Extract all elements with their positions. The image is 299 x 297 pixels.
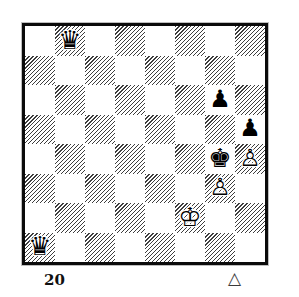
square-f5 [175,115,205,145]
chess-diagram-page: ♛♟♟♚♙♙♔♛ 20 △ [0,0,299,297]
square-g8 [205,26,235,56]
square-d8 [115,26,145,56]
square-g6: ♟ [205,85,235,115]
problem-number: 20 [44,271,65,289]
square-c4 [85,144,115,174]
square-e3 [145,174,175,204]
square-g2 [205,203,235,233]
square-h7 [235,56,265,86]
piece-white-king-f2: ♔ [178,204,201,230]
square-b6 [55,85,85,115]
square-c5 [85,115,115,145]
square-e2 [145,203,175,233]
piece-black-queen-a1: ♛ [28,233,51,259]
square-b7 [55,56,85,86]
square-b8: ♛ [55,26,85,56]
square-f8 [175,26,205,56]
square-d6 [115,85,145,115]
square-d4 [115,144,145,174]
square-h6 [235,85,265,115]
square-a1: ♛ [25,233,55,263]
chess-board: ♛♟♟♚♙♙♔♛ [22,23,268,265]
square-d7 [115,56,145,86]
square-b3 [55,174,85,204]
square-h2 [235,203,265,233]
square-f6 [175,85,205,115]
square-g7 [205,56,235,86]
square-h5: ♟ [235,115,265,145]
square-c6 [85,85,115,115]
square-a4 [25,144,55,174]
square-h4: ♙ [235,144,265,174]
piece-black-king-g4: ♚ [208,145,231,171]
square-h3 [235,174,265,204]
square-e8 [145,26,175,56]
square-a3 [25,174,55,204]
square-h1 [235,233,265,263]
square-c2 [85,203,115,233]
square-b5 [55,115,85,145]
square-a8 [25,26,55,56]
board-grid: ♛♟♟♚♙♙♔♛ [25,26,265,262]
square-e4 [145,144,175,174]
square-d2 [115,203,145,233]
square-d1 [115,233,145,263]
square-c8 [85,26,115,56]
square-d5 [115,115,145,145]
square-d3 [115,174,145,204]
square-g5 [205,115,235,145]
piece-white-pawn-h4: ♙ [239,146,261,170]
piece-black-queen-b8: ♛ [58,27,81,53]
square-a5 [25,115,55,145]
square-b2 [55,203,85,233]
square-b4 [55,144,85,174]
square-h8 [235,26,265,56]
square-g3: ♙ [205,174,235,204]
square-g1 [205,233,235,263]
square-e1 [145,233,175,263]
square-f2: ♔ [175,203,205,233]
square-f1 [175,233,205,263]
square-e7 [145,56,175,86]
square-f3 [175,174,205,204]
square-a2 [25,203,55,233]
square-e5 [145,115,175,145]
piece-black-pawn-g6: ♟ [209,87,231,111]
square-g4: ♚ [205,144,235,174]
square-a7 [25,56,55,86]
square-f4 [175,144,205,174]
square-e6 [145,85,175,115]
piece-white-pawn-g3: ♙ [209,175,231,199]
square-b1 [55,233,85,263]
square-f7 [175,56,205,86]
square-c7 [85,56,115,86]
piece-black-pawn-h5: ♟ [239,116,261,140]
white-to-move-triangle-icon: △ [228,269,241,288]
square-c3 [85,174,115,204]
square-c1 [85,233,115,263]
square-a6 [25,85,55,115]
